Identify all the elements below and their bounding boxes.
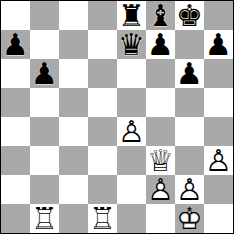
- queen-outline-glyph: ♕: [146, 146, 175, 175]
- queen-glyph: ♛: [117, 30, 146, 59]
- pawn-glyph: ♟: [175, 59, 204, 88]
- queen-fill-glyph: ♛: [146, 146, 175, 175]
- square-d8[interactable]: [88, 1, 117, 30]
- square-d6[interactable]: [88, 59, 117, 88]
- square-c8[interactable]: [59, 1, 88, 30]
- pawn-fill-glyph: ♟: [117, 117, 146, 146]
- square-h2[interactable]: [204, 175, 233, 204]
- square-b8[interactable]: [30, 1, 59, 30]
- rook-outline-glyph: ♖: [30, 204, 59, 233]
- square-a8[interactable]: [1, 1, 30, 30]
- pawn-outline-glyph: ♙: [117, 117, 146, 146]
- square-h3[interactable]: ♟♙: [204, 146, 233, 175]
- pawn-glyph: ♟: [1, 30, 30, 59]
- square-e3[interactable]: [117, 146, 146, 175]
- square-f3[interactable]: ♛♕: [146, 146, 175, 175]
- piece-black-pawn: ♟: [30, 59, 59, 88]
- piece-black-pawn: ♟: [175, 59, 204, 88]
- chessboard-container: ♜♝♚♟♛♟♟♟♟♟♙♛♕♟♙♟♙♟♙♜♖♜♖♚♔: [0, 0, 234, 234]
- pawn-fill-glyph: ♟: [146, 175, 175, 204]
- square-g1[interactable]: ♚♔: [175, 204, 204, 233]
- square-e4[interactable]: ♟♙: [117, 117, 146, 146]
- square-a4[interactable]: [1, 117, 30, 146]
- rook-outline-glyph: ♖: [88, 204, 117, 233]
- square-g4[interactable]: [175, 117, 204, 146]
- square-g5[interactable]: [175, 88, 204, 117]
- chess-board: ♜♝♚♟♛♟♟♟♟♟♙♛♕♟♙♟♙♟♙♜♖♜♖♚♔: [0, 0, 234, 234]
- square-d4[interactable]: [88, 117, 117, 146]
- square-h8[interactable]: [204, 1, 233, 30]
- square-b5[interactable]: [30, 88, 59, 117]
- piece-black-pawn: ♟: [146, 30, 175, 59]
- square-h6[interactable]: [204, 59, 233, 88]
- piece-black-rook: ♜: [117, 1, 146, 30]
- square-d5[interactable]: [88, 88, 117, 117]
- bishop-glyph: ♝: [146, 1, 175, 30]
- square-h7[interactable]: ♟: [204, 30, 233, 59]
- king-outline-glyph: ♔: [175, 204, 204, 233]
- square-b3[interactable]: [30, 146, 59, 175]
- square-c6[interactable]: [59, 59, 88, 88]
- square-a6[interactable]: [1, 59, 30, 88]
- square-b4[interactable]: [30, 117, 59, 146]
- piece-white-queen: ♛♕: [146, 146, 175, 175]
- square-f2[interactable]: ♟♙: [146, 175, 175, 204]
- square-e6[interactable]: [117, 59, 146, 88]
- square-g6[interactable]: ♟: [175, 59, 204, 88]
- pawn-glyph: ♟: [146, 30, 175, 59]
- square-g8[interactable]: ♚: [175, 1, 204, 30]
- pawn-outline-glyph: ♙: [204, 146, 233, 175]
- square-g2[interactable]: ♟♙: [175, 175, 204, 204]
- square-c7[interactable]: [59, 30, 88, 59]
- square-c1[interactable]: [59, 204, 88, 233]
- pawn-outline-glyph: ♙: [146, 175, 175, 204]
- square-f8[interactable]: ♝: [146, 1, 175, 30]
- square-e5[interactable]: [117, 88, 146, 117]
- pawn-fill-glyph: ♟: [204, 146, 233, 175]
- square-e7[interactable]: ♛: [117, 30, 146, 59]
- square-f4[interactable]: [146, 117, 175, 146]
- square-d3[interactable]: [88, 146, 117, 175]
- square-b2[interactable]: [30, 175, 59, 204]
- piece-white-king: ♚♔: [175, 204, 204, 233]
- piece-white-pawn: ♟♙: [117, 117, 146, 146]
- pawn-glyph: ♟: [30, 59, 59, 88]
- rook-fill-glyph: ♜: [88, 204, 117, 233]
- piece-black-pawn: ♟: [1, 30, 30, 59]
- square-a2[interactable]: [1, 175, 30, 204]
- square-e8[interactable]: ♜: [117, 1, 146, 30]
- square-d1[interactable]: ♜♖: [88, 204, 117, 233]
- piece-black-bishop: ♝: [146, 1, 175, 30]
- piece-white-pawn: ♟♙: [175, 175, 204, 204]
- square-c5[interactable]: [59, 88, 88, 117]
- piece-white-pawn: ♟♙: [204, 146, 233, 175]
- square-c3[interactable]: [59, 146, 88, 175]
- rook-fill-glyph: ♜: [30, 204, 59, 233]
- square-e2[interactable]: [117, 175, 146, 204]
- pawn-outline-glyph: ♙: [175, 175, 204, 204]
- piece-black-king: ♚: [175, 1, 204, 30]
- square-f6[interactable]: [146, 59, 175, 88]
- king-fill-glyph: ♚: [175, 204, 204, 233]
- piece-black-pawn: ♟: [204, 30, 233, 59]
- square-c4[interactable]: [59, 117, 88, 146]
- square-b7[interactable]: [30, 30, 59, 59]
- square-e1[interactable]: [117, 204, 146, 233]
- piece-white-rook: ♜♖: [88, 204, 117, 233]
- square-f7[interactable]: ♟: [146, 30, 175, 59]
- rook-glyph: ♜: [117, 1, 146, 30]
- square-h5[interactable]: [204, 88, 233, 117]
- square-b1[interactable]: ♜♖: [30, 204, 59, 233]
- square-b6[interactable]: ♟: [30, 59, 59, 88]
- square-f1[interactable]: [146, 204, 175, 233]
- pawn-fill-glyph: ♟: [175, 175, 204, 204]
- square-h1[interactable]: [204, 204, 233, 233]
- square-c2[interactable]: [59, 175, 88, 204]
- square-d7[interactable]: [88, 30, 117, 59]
- king-glyph: ♚: [175, 1, 204, 30]
- square-g7[interactable]: [175, 30, 204, 59]
- square-g3[interactable]: [175, 146, 204, 175]
- piece-black-queen: ♛: [117, 30, 146, 59]
- square-a3[interactable]: [1, 146, 30, 175]
- square-a7[interactable]: ♟: [1, 30, 30, 59]
- piece-white-pawn: ♟♙: [146, 175, 175, 204]
- square-a5[interactable]: [1, 88, 30, 117]
- piece-white-rook: ♜♖: [30, 204, 59, 233]
- square-d2[interactable]: [88, 175, 117, 204]
- square-h4[interactable]: [204, 117, 233, 146]
- pawn-glyph: ♟: [204, 30, 233, 59]
- square-f5[interactable]: [146, 88, 175, 117]
- square-a1[interactable]: [1, 204, 30, 233]
